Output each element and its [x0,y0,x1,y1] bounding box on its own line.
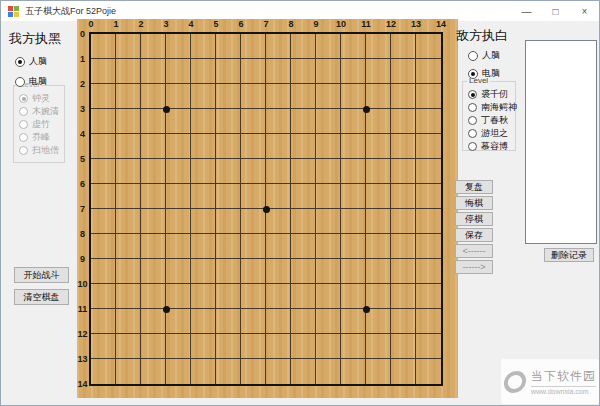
board-cell[interactable] [191,84,216,109]
board-cell[interactable] [266,334,291,359]
white-level-option-3[interactable]: 游坦之 [468,128,517,138]
coord-label-left: 5 [77,154,88,164]
board-cell[interactable] [391,84,416,109]
star-point [163,306,170,313]
board-cell[interactable] [166,159,191,184]
board-cell[interactable] [291,209,316,234]
board-cell[interactable] [116,234,141,259]
coord-label-top: 4 [183,19,199,29]
board-cell[interactable] [416,359,441,384]
board-cell[interactable] [141,259,166,284]
board-cell[interactable] [91,234,116,259]
board-cell[interactable] [366,34,391,59]
undo-move-button[interactable]: 悔棋 [455,196,493,210]
board-cell[interactable] [166,34,191,59]
board-cell[interactable] [191,334,216,359]
black-player-option-human[interactable]: 人脑 [15,55,47,68]
board-cell[interactable] [91,284,116,309]
board-cell[interactable] [316,334,341,359]
black-side-title: 我方执黑 [9,30,61,48]
board-cell[interactable] [241,334,266,359]
board-cell[interactable] [291,109,316,134]
coord-label-top: 14 [433,19,449,29]
board-cell[interactable] [91,184,116,209]
board-cell[interactable] [366,59,391,84]
replay-button[interactable]: 复盘 [455,180,493,194]
board-cell[interactable] [191,159,216,184]
board-cell[interactable] [241,59,266,84]
board-cell[interactable] [341,34,366,59]
board-cell[interactable] [191,284,216,309]
board-cell[interactable] [291,234,316,259]
board-cell[interactable] [341,259,366,284]
board-cell[interactable] [91,359,116,384]
black-level-option-2: 虚竹 [19,119,59,129]
radio-label: 人脑 [482,49,500,62]
board-cell[interactable] [341,84,366,109]
close-button[interactable]: × [570,1,599,21]
board-cell[interactable] [316,134,341,159]
board-cell[interactable] [391,234,416,259]
radio-icon[interactable] [15,57,25,67]
white-level-option-0[interactable]: 裘千仞 [468,89,517,99]
coord-label-top: 8 [283,19,299,29]
board-cell[interactable] [141,359,166,384]
white-side-title: 敌方执白 [456,27,508,45]
black-level-option-0: 钟灵 [19,93,59,103]
watermark: 当下软件园 www.downxia.com [501,359,599,404]
board-cell[interactable] [366,259,391,284]
coord-label-left: 12 [77,329,88,339]
board-cell[interactable] [291,309,316,334]
board-cell[interactable] [366,334,391,359]
board-cell[interactable] [116,59,141,84]
coord-label-top: 1 [108,19,124,29]
white-level-groupbox: Level 裘千仞南海鳄神丁春秋游坦之慕容博 [462,81,516,151]
board-cell[interactable] [141,184,166,209]
board-cell[interactable] [416,334,441,359]
board-cell[interactable] [291,259,316,284]
board-cell[interactable] [166,59,191,84]
board-cell[interactable] [91,334,116,359]
coord-label-left: 6 [77,179,88,189]
coord-label-top: 5 [208,19,224,29]
board-cell[interactable] [241,309,266,334]
board-cell[interactable] [266,209,291,234]
board-cell[interactable] [216,134,241,159]
board-cell[interactable] [191,359,216,384]
radio-icon [19,94,28,103]
black-level-option-4: 扫地僧 [19,145,59,155]
board-cell[interactable] [316,259,341,284]
black-level-option-1: 木婉清 [19,106,59,116]
board-cell[interactable] [291,59,316,84]
coord-label-left: 0 [77,29,88,39]
board-cell[interactable] [266,59,291,84]
board-cell[interactable] [391,309,416,334]
board-cell[interactable] [366,84,391,109]
board-cell[interactable] [116,259,141,284]
board-cell[interactable] [191,34,216,59]
coord-label-left: 2 [77,79,88,89]
radio-icon[interactable] [468,103,477,112]
board-cell[interactable] [91,159,116,184]
board-cell[interactable] [241,209,266,234]
board-cell[interactable] [216,59,241,84]
board-cell[interactable] [391,109,416,134]
board-grid[interactable] [89,32,443,386]
board-cell[interactable] [341,309,366,334]
coord-label-left: 7 [77,204,88,214]
board-cell[interactable] [216,109,241,134]
board-cell[interactable] [216,334,241,359]
board-cell[interactable] [216,184,241,209]
board-cell[interactable] [116,334,141,359]
board-cell[interactable] [266,109,291,134]
radio-icon[interactable] [468,69,478,79]
board-cell[interactable] [316,109,341,134]
board-cell[interactable] [141,134,166,159]
radio-label: 钟灵 [32,92,50,105]
board-cell[interactable] [91,209,116,234]
board-cell[interactable] [166,209,191,234]
board-cell[interactable] [216,284,241,309]
coord-label-top: 6 [233,19,249,29]
board-cell[interactable] [141,109,166,134]
white-player-option-computer[interactable]: 电脑 [468,67,500,80]
board-cell[interactable] [241,109,266,134]
board-cell[interactable] [191,59,216,84]
white-player-option-human[interactable]: 人脑 [468,49,500,62]
coord-label-top: 10 [333,19,349,29]
coord-label-left: 14 [77,379,88,389]
board-cell[interactable] [316,234,341,259]
radio-label: 电脑 [482,67,500,80]
coord-label-top: 13 [408,19,424,29]
board-cell[interactable] [216,259,241,284]
board-cell[interactable] [116,84,141,109]
board-cell[interactable] [116,34,141,59]
board-cell[interactable] [116,134,141,159]
board-cell[interactable] [291,184,316,209]
board-cell[interactable] [341,209,366,234]
board-cell[interactable] [366,284,391,309]
clear-board-button[interactable]: 清空棋盘 [14,289,69,305]
board-cell[interactable] [341,59,366,84]
board-cell[interactable] [391,284,416,309]
minimize-button[interactable]: — [512,1,541,21]
coord-label-left: 3 [77,104,88,114]
pause-game-button[interactable]: 停棋 [455,212,493,226]
radio-label: 南海鳄神 [481,101,517,114]
board-cell[interactable] [291,159,316,184]
board-cell[interactable] [316,159,341,184]
downxia-logo-icon [502,371,527,393]
star-point [363,106,370,113]
black-level-option-3: 乔峰 [19,132,59,142]
black-player-option-computer[interactable]: 电脑 [15,75,47,88]
board-cell[interactable] [341,234,366,259]
board-cell[interactable] [266,184,291,209]
star-point [163,106,170,113]
board-cell[interactable] [141,59,166,84]
board-cell[interactable] [416,84,441,109]
board-cell[interactable] [416,159,441,184]
board-cell[interactable] [241,159,266,184]
board-cell[interactable] [116,109,141,134]
board-cell[interactable] [366,209,391,234]
board-cell[interactable] [191,109,216,134]
board-cell[interactable] [341,334,366,359]
board-cell[interactable] [291,134,316,159]
board-cell[interactable] [166,109,191,134]
board-cell[interactable] [141,34,166,59]
coord-label-left: 10 [77,279,88,289]
board-cell[interactable] [391,334,416,359]
board-cell[interactable] [166,184,191,209]
board-cell[interactable] [91,109,116,134]
board-cell[interactable] [366,134,391,159]
board-cell[interactable] [216,34,241,59]
white-level-option-4[interactable]: 慕容博 [468,141,517,151]
board-cell[interactable] [266,84,291,109]
board-cell[interactable] [216,159,241,184]
board-cell[interactable] [316,84,341,109]
radio-label: 人脑 [29,55,47,68]
board-cell[interactable] [316,284,341,309]
save-button[interactable]: 保存 [455,228,493,242]
board-cell[interactable] [266,134,291,159]
board-cell[interactable] [366,109,391,134]
board-cell[interactable] [91,259,116,284]
delete-record-button[interactable]: 删除记录 [544,248,594,262]
board-cell[interactable] [366,359,391,384]
board-cell[interactable] [366,159,391,184]
maximize-button[interactable]: □ [541,1,570,21]
board-cell[interactable] [316,59,341,84]
board-cell[interactable] [191,209,216,234]
board-cell[interactable] [391,259,416,284]
board-cell[interactable] [116,209,141,234]
board-cell[interactable] [266,359,291,384]
radio-label: 裘千仞 [481,88,508,101]
board-cell[interactable] [316,184,341,209]
board-cell[interactable] [216,234,241,259]
radio-icon [19,146,28,155]
board-cell[interactable] [291,334,316,359]
board-cell[interactable] [316,309,341,334]
board-cell[interactable] [366,234,391,259]
board-cell[interactable] [116,309,141,334]
board-cell[interactable] [191,309,216,334]
coord-label-left: 8 [77,229,88,239]
board-cell[interactable] [266,259,291,284]
board-cell[interactable] [341,284,366,309]
coord-label-top: 11 [358,19,374,29]
board-cell[interactable] [141,234,166,259]
radio-icon[interactable] [468,51,478,61]
board-cell[interactable] [291,34,316,59]
coord-label-top: 12 [383,19,399,29]
coord-label-top: 3 [158,19,174,29]
board-cell[interactable] [291,284,316,309]
window-title: 五子棋大战For 52Pojie [25,5,512,18]
board-cell[interactable] [366,309,391,334]
coord-label-left: 11 [77,304,88,314]
radio-icon [19,120,28,129]
star-point [363,306,370,313]
board-cell[interactable] [391,209,416,234]
white-level-option-1[interactable]: 南海鳄神 [468,102,517,112]
radio-icon[interactable] [468,116,477,125]
coord-label-top: 0 [83,19,99,29]
coord-label-top: 7 [258,19,274,29]
board-cell[interactable] [266,309,291,334]
board-cell[interactable] [266,284,291,309]
radio-label: 乔峰 [32,131,50,144]
radio-label: 扫地僧 [32,144,59,157]
board-cell[interactable] [416,284,441,309]
gomoku-board: 0011223344556677889910101111121213131414 [77,19,458,398]
board-cell[interactable] [166,359,191,384]
board-cell[interactable] [416,109,441,134]
board-cell[interactable] [391,159,416,184]
radio-label: 游坦之 [481,127,508,140]
board-cell[interactable] [291,359,316,384]
board-cell[interactable] [391,359,416,384]
title-bar: 五子棋大战For 52Pojie — □ × [1,1,599,21]
board-cell[interactable] [316,209,341,234]
game-record-listbox[interactable] [525,40,597,244]
board-cell[interactable] [416,34,441,59]
board-cell[interactable] [91,134,116,159]
board-cell[interactable] [391,184,416,209]
board-cell[interactable] [166,284,191,309]
radio-icon [19,133,28,142]
board-cell[interactable] [266,234,291,259]
board-cell[interactable] [241,359,266,384]
board-cell[interactable] [91,34,116,59]
radio-label: 木婉清 [32,105,59,118]
board-cell[interactable] [141,334,166,359]
board-cell[interactable] [316,34,341,59]
board-cell[interactable] [341,359,366,384]
star-point [263,206,270,213]
black-level-groupbox: Level 钟灵木婉清虚竹乔峰扫地僧 [13,85,65,163]
board-cell[interactable] [241,284,266,309]
board-cell[interactable] [166,334,191,359]
board-cell[interactable] [166,259,191,284]
board-cell[interactable] [191,134,216,159]
board-cell[interactable] [141,209,166,234]
board-cell[interactable] [341,184,366,209]
board-cell[interactable] [241,34,266,59]
radio-icon[interactable] [468,129,477,138]
board-cell[interactable] [266,34,291,59]
board-cell[interactable] [91,309,116,334]
start-battle-button[interactable]: 开始战斗 [14,267,69,283]
watermark-url: www.downxia.com [531,386,596,395]
board-cell[interactable] [216,209,241,234]
board-cell[interactable] [241,84,266,109]
board-cell[interactable] [416,134,441,159]
coord-label-left: 1 [77,54,88,64]
board-cell[interactable] [166,134,191,159]
board-cell[interactable] [391,59,416,84]
board-cell[interactable] [216,309,241,334]
board-cell[interactable] [416,234,441,259]
radio-icon [19,107,28,116]
board-cell[interactable] [116,359,141,384]
board-cell[interactable] [416,309,441,334]
board-cell[interactable] [416,259,441,284]
app-icon [8,6,19,17]
board-cell[interactable] [91,59,116,84]
radio-icon[interactable] [468,90,477,99]
radio-label: 丁春秋 [481,114,508,127]
watermark-site-name: 当下软件园 [531,368,596,385]
radio-label: 慕容博 [481,140,508,153]
board-cell[interactable] [341,134,366,159]
coord-label-top: 9 [308,19,324,29]
radio-icon[interactable] [15,77,25,87]
board-cell[interactable] [116,184,141,209]
board-cell[interactable] [141,159,166,184]
board-cell[interactable] [141,309,166,334]
board-cell[interactable] [416,59,441,84]
board-cell[interactable] [341,109,366,134]
board-cell[interactable] [141,84,166,109]
board-cell[interactable] [116,284,141,309]
board-cell[interactable] [416,184,441,209]
radio-label: 电脑 [29,75,47,88]
board-cell[interactable] [391,34,416,59]
board-cell[interactable] [291,84,316,109]
board-cell[interactable] [166,309,191,334]
board-cell[interactable] [316,359,341,384]
board-cell[interactable] [241,234,266,259]
board-cell[interactable] [341,159,366,184]
radio-label: 虚竹 [32,118,50,131]
board-cell[interactable] [166,84,191,109]
board-cell[interactable] [416,209,441,234]
board-cell[interactable] [241,184,266,209]
board-cell[interactable] [241,134,266,159]
board-cell[interactable] [91,84,116,109]
radio-icon[interactable] [468,142,477,151]
board-cell[interactable] [366,184,391,209]
board-cell[interactable] [191,184,216,209]
coord-label-left: 13 [77,354,88,364]
white-level-option-2[interactable]: 丁春秋 [468,115,517,125]
coord-label-left: 9 [77,254,88,264]
board-cell[interactable] [391,134,416,159]
board-cell[interactable] [191,259,216,284]
board-cell[interactable] [266,159,291,184]
board-cell[interactable] [216,84,241,109]
board-cell[interactable] [166,234,191,259]
board-cell[interactable] [241,259,266,284]
coord-label-left: 4 [77,129,88,139]
app-window: 五子棋大战For 52Pojie — □ × 我方执黑 Level 钟灵木婉清虚… [0,0,600,406]
board-cell[interactable] [216,359,241,384]
step-forward-button: ------> [455,260,493,274]
board-cell[interactable] [116,159,141,184]
board-cell[interactable] [141,284,166,309]
coord-label-top: 2 [133,19,149,29]
step-back-button: <------ [455,244,493,258]
board-cell[interactable] [191,234,216,259]
